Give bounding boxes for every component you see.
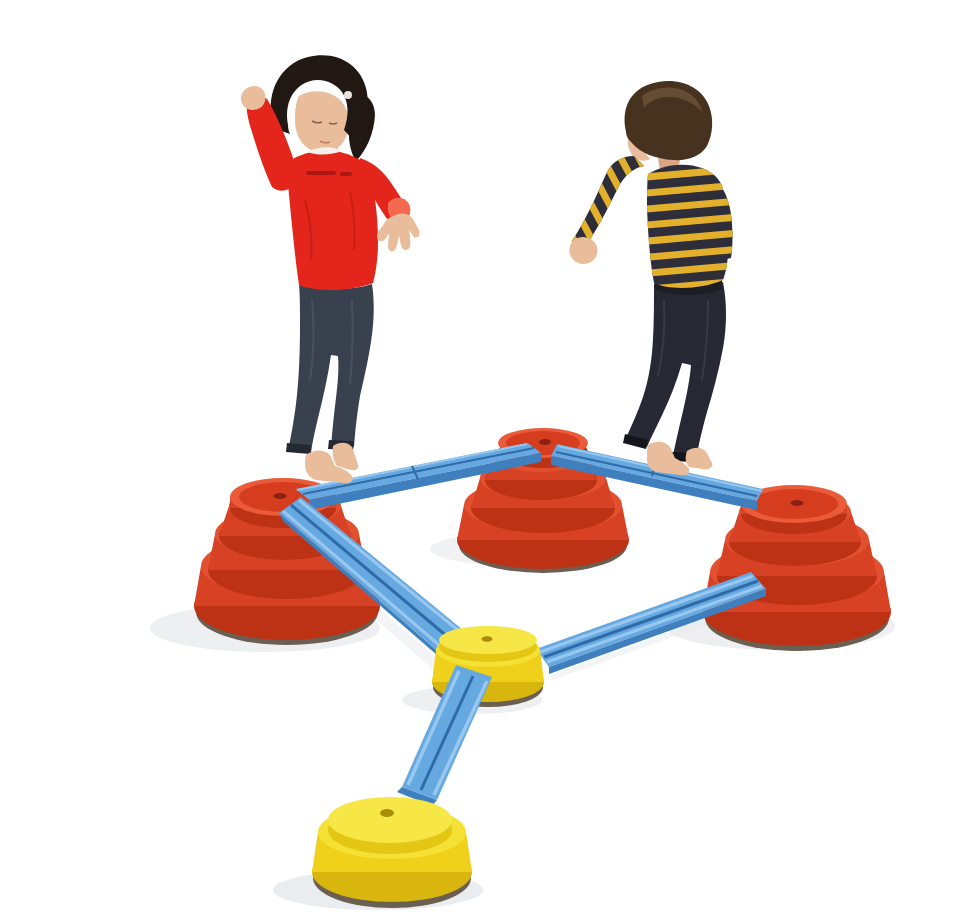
girl-foot-back: [333, 443, 359, 471]
stone-hole: [380, 809, 394, 817]
photo-canvas: [0, 0, 970, 924]
girl-figure: [241, 55, 420, 483]
stepping-stone-yellow-front: [312, 797, 472, 908]
stone-hole: [482, 636, 493, 642]
girl-jeans: [288, 283, 374, 453]
girl-shirt-print: [306, 171, 336, 175]
girl-open-hand: [377, 214, 420, 252]
stepping-stone-red-back: [457, 428, 629, 573]
stone-hole: [539, 439, 551, 445]
boy-fist: [569, 237, 597, 264]
stepping-stone-red-right: [703, 485, 891, 651]
girl-fist: [241, 86, 265, 110]
stone-hole: [274, 493, 287, 499]
girl-sleeve-raised: [247, 96, 296, 190]
boy-jeans: [625, 282, 726, 461]
girl-shirt-print: [340, 172, 352, 176]
girl-hair-tie: [344, 91, 352, 99]
stone-top: [328, 797, 452, 843]
balance-course-photo: [0, 0, 970, 924]
stone-hole: [791, 500, 804, 506]
boy-figure: [487, 81, 750, 475]
boy-foot-back: [686, 448, 712, 469]
